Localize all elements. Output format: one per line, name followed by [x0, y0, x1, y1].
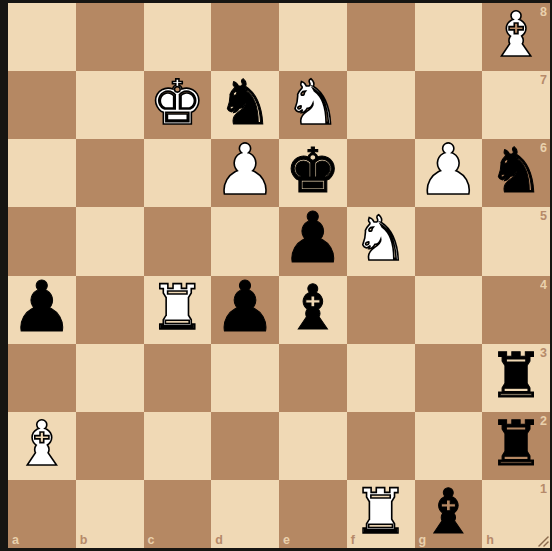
- file-label-e: e: [283, 534, 290, 547]
- square-c2[interactable]: [144, 412, 212, 480]
- square-h2[interactable]: 2♜: [482, 412, 550, 480]
- square-c8[interactable]: [144, 3, 212, 71]
- square-f7[interactable]: [347, 71, 415, 139]
- square-d4[interactable]: ♟: [211, 276, 279, 344]
- piece-black-pawn[interactable]: ♟: [211, 276, 279, 344]
- file-label-b: b: [80, 534, 88, 547]
- square-h5[interactable]: 5: [482, 207, 550, 275]
- square-a4[interactable]: ♟: [8, 276, 76, 344]
- square-b4[interactable]: [76, 276, 144, 344]
- square-a1[interactable]: a: [8, 480, 76, 548]
- board-background: 8♝♚♞♞7♟♚♟6♞♟♞5♟♜♟♝43♜♝2♜abcdef♜g♝1h: [0, 0, 552, 551]
- square-g3[interactable]: [415, 344, 483, 412]
- square-a8[interactable]: [8, 3, 76, 71]
- square-h3[interactable]: 3♜: [482, 344, 550, 412]
- square-b8[interactable]: [76, 3, 144, 71]
- piece-white-bishop[interactable]: ♝: [482, 3, 550, 71]
- square-f8[interactable]: [347, 3, 415, 71]
- square-c3[interactable]: [144, 344, 212, 412]
- square-g6[interactable]: ♟: [415, 139, 483, 207]
- piece-black-bishop[interactable]: ♝: [415, 480, 483, 548]
- square-e2[interactable]: [279, 412, 347, 480]
- square-h6[interactable]: 6♞: [482, 139, 550, 207]
- square-c7[interactable]: ♚: [144, 71, 212, 139]
- piece-white-king[interactable]: ♚: [144, 71, 212, 139]
- file-label-c: c: [148, 534, 155, 547]
- rank-label-5: 5: [540, 210, 547, 223]
- square-h8[interactable]: 8♝: [482, 3, 550, 71]
- square-e8[interactable]: [279, 3, 347, 71]
- square-f2[interactable]: [347, 412, 415, 480]
- square-f3[interactable]: [347, 344, 415, 412]
- square-f4[interactable]: [347, 276, 415, 344]
- square-b7[interactable]: [76, 71, 144, 139]
- square-g8[interactable]: [415, 3, 483, 71]
- square-e5[interactable]: ♟: [279, 207, 347, 275]
- square-d2[interactable]: [211, 412, 279, 480]
- square-h7[interactable]: 7: [482, 71, 550, 139]
- piece-white-knight[interactable]: ♞: [279, 71, 347, 139]
- square-g5[interactable]: [415, 207, 483, 275]
- piece-white-rook[interactable]: ♜: [144, 276, 212, 344]
- square-c4[interactable]: ♜: [144, 276, 212, 344]
- chess-board: 8♝♚♞♞7♟♚♟6♞♟♞5♟♜♟♝43♜♝2♜abcdef♜g♝1h: [8, 3, 550, 548]
- square-a7[interactable]: [8, 71, 76, 139]
- square-f6[interactable]: [347, 139, 415, 207]
- rank-label-4: 4: [540, 279, 547, 292]
- piece-black-bishop[interactable]: ♝: [279, 276, 347, 344]
- rank-label-7: 7: [540, 74, 547, 87]
- square-b3[interactable]: [76, 344, 144, 412]
- square-g1[interactable]: g♝: [415, 480, 483, 548]
- piece-black-pawn[interactable]: ♟: [279, 207, 347, 275]
- square-a2[interactable]: ♝: [8, 412, 76, 480]
- piece-white-bishop[interactable]: ♝: [8, 412, 76, 480]
- square-d3[interactable]: [211, 344, 279, 412]
- square-b2[interactable]: [76, 412, 144, 480]
- square-e7[interactable]: ♞: [279, 71, 347, 139]
- square-b6[interactable]: [76, 139, 144, 207]
- piece-white-pawn[interactable]: ♟: [415, 139, 483, 207]
- piece-white-rook[interactable]: ♜: [347, 480, 415, 548]
- square-g2[interactable]: [415, 412, 483, 480]
- square-d6[interactable]: ♟: [211, 139, 279, 207]
- square-e4[interactable]: ♝: [279, 276, 347, 344]
- square-c1[interactable]: c: [144, 480, 212, 548]
- square-h1[interactable]: 1h: [482, 480, 550, 548]
- square-e1[interactable]: e: [279, 480, 347, 548]
- square-d1[interactable]: d: [211, 480, 279, 548]
- square-b1[interactable]: b: [76, 480, 144, 548]
- piece-black-pawn[interactable]: ♟: [8, 276, 76, 344]
- file-label-h: h: [486, 534, 494, 547]
- file-label-d: d: [215, 534, 223, 547]
- square-c5[interactable]: [144, 207, 212, 275]
- rank-label-1: 1: [540, 483, 547, 496]
- square-h4[interactable]: 4: [482, 276, 550, 344]
- square-e3[interactable]: [279, 344, 347, 412]
- piece-white-knight[interactable]: ♞: [347, 207, 415, 275]
- square-a6[interactable]: [8, 139, 76, 207]
- square-a3[interactable]: [8, 344, 76, 412]
- square-c6[interactable]: [144, 139, 212, 207]
- piece-black-rook[interactable]: ♜: [482, 344, 550, 412]
- piece-black-rook[interactable]: ♜: [482, 412, 550, 480]
- square-d8[interactable]: [211, 3, 279, 71]
- piece-white-pawn[interactable]: ♟: [211, 139, 279, 207]
- resize-handle-icon[interactable]: [537, 535, 549, 547]
- piece-black-knight[interactable]: ♞: [482, 139, 550, 207]
- square-f1[interactable]: f♜: [347, 480, 415, 548]
- file-label-a: a: [12, 534, 19, 547]
- square-f5[interactable]: ♞: [347, 207, 415, 275]
- square-g4[interactable]: [415, 276, 483, 344]
- square-b5[interactable]: [76, 207, 144, 275]
